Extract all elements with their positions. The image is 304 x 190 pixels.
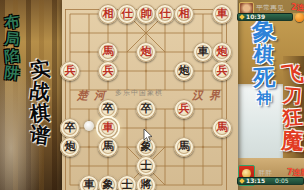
piece-black-馬[interactable]: 馬 — [174, 137, 194, 157]
overlay-text-practical-games: 实战棋谱 — [27, 58, 53, 146]
piece-red-炮[interactable]: 炮 — [212, 42, 232, 62]
move-origin-marker — [84, 121, 94, 131]
overlay-char: 棋 — [248, 42, 279, 66]
piece-black-士[interactable]: 士 — [136, 156, 156, 176]
piece-red-帥[interactable]: 帥 — [136, 4, 156, 24]
piece-red-兵[interactable]: 兵 — [98, 61, 118, 81]
game-screen: 楚河 汉界 多乐中国象棋 相仕帥仕相車馬炮車炮兵兵炮兵卒卒兵卒車馬炮馬象馬士車象… — [0, 0, 304, 190]
mouse-cursor — [143, 129, 154, 144]
piece-black-炮[interactable]: 炮 — [174, 61, 194, 81]
top-player-streak: 2连胜 — [291, 2, 304, 13]
xiangqi-board[interactable]: 楚河 汉界 多乐中国象棋 相仕帥仕相車馬炮車炮兵兵炮兵卒卒兵卒車馬炮馬象馬士車象… — [62, 0, 238, 190]
app-watermark: 多乐中国象棋 — [115, 88, 163, 98]
overlay-char: 战 — [26, 79, 54, 104]
piece-red-相[interactable]: 相 — [98, 4, 118, 24]
piece-black-車[interactable]: 車 — [79, 175, 99, 190]
piece-red-仕[interactable]: 仕 — [117, 4, 137, 24]
piece-black-車[interactable]: 車 — [193, 42, 213, 62]
piece-red-仕[interactable]: 仕 — [155, 4, 175, 24]
overlay-char: 魔 — [280, 127, 304, 152]
bottom-player-time2: 0:05 — [275, 177, 288, 185]
timer-icon — [239, 14, 245, 20]
overlay-char: 狂 — [280, 105, 304, 129]
piece-red-馬[interactable]: 馬 — [98, 42, 118, 62]
piece-red-兵[interactable]: 兵 — [174, 99, 194, 119]
piece-red-炮[interactable]: 炮 — [136, 42, 156, 62]
piece-black-卒[interactable]: 卒 — [136, 99, 156, 119]
top-player-time: 10:39 — [246, 13, 265, 21]
piece-black-炮[interactable]: 炮 — [60, 137, 80, 157]
piece-red-馬[interactable]: 馬 — [212, 118, 232, 138]
piece-black-將[interactable]: 將 — [136, 175, 156, 190]
overlay-text-chess-death-god: 象棋死神 — [249, 18, 279, 107]
overlay-char: 神 — [249, 89, 279, 107]
overlay-char: 死 — [248, 64, 279, 90]
overlay-char: 谱 — [26, 122, 55, 147]
timer-icon — [239, 178, 245, 184]
river-label-right: 汉界 — [192, 88, 226, 103]
piece-red-兵[interactable]: 兵 — [212, 61, 232, 81]
piece-red-車[interactable]: 車 — [98, 118, 118, 138]
bottom-player-time: 13:15 — [246, 177, 265, 185]
piece-red-相[interactable]: 相 — [174, 4, 194, 24]
overlay-text-flying-knife-demon: 飞刀狂魔 — [281, 62, 304, 152]
piece-black-象[interactable]: 象 — [98, 175, 118, 190]
piece-black-卒[interactable]: 卒 — [60, 118, 80, 138]
bottom-player-timer: 13:15 0:05 — [237, 177, 304, 185]
orange-badge-icon[interactable] — [295, 13, 304, 22]
piece-black-士[interactable]: 士 — [117, 175, 137, 190]
overlay-text-opening-trap: 布局陷阱 — [2, 14, 22, 82]
overlay-char: 阱 — [1, 64, 23, 83]
top-player-timer: 10:39 — [237, 13, 293, 21]
overlay-char: 实 — [26, 56, 54, 81]
piece-black-馬[interactable]: 馬 — [98, 137, 118, 157]
piece-black-卒[interactable]: 卒 — [98, 99, 118, 119]
piece-red-車[interactable]: 車 — [212, 4, 232, 24]
top-player-name: 平常再见 — [256, 3, 284, 13]
piece-red-兵[interactable]: 兵 — [60, 61, 80, 81]
